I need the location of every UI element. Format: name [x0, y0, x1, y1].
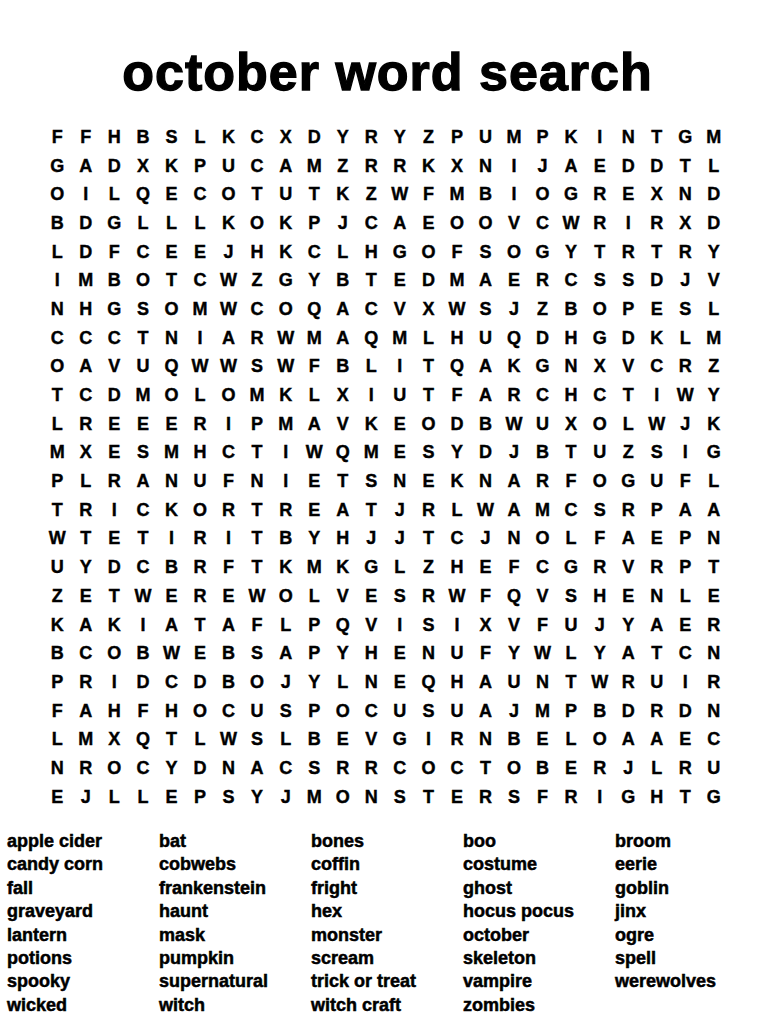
- grid-cell-r9-c8[interactable]: S: [243, 353, 272, 382]
- grid-cell-r4-c8[interactable]: O: [243, 209, 272, 238]
- grid-cell-r15-c6[interactable]: R: [186, 525, 215, 554]
- grid-cell-r23-c23[interactable]: R: [671, 754, 700, 783]
- grid-cell-r2-c11[interactable]: Z: [328, 152, 357, 181]
- grid-cell-r15-c23[interactable]: P: [671, 525, 700, 554]
- grid-cell-r12-c18[interactable]: B: [528, 439, 557, 468]
- grid-cell-r1-c21[interactable]: N: [614, 123, 643, 152]
- grid-cell-r21-c4[interactable]: F: [129, 697, 158, 726]
- grid-cell-r23-c2[interactable]: R: [72, 754, 101, 783]
- grid-cell-r3-c5[interactable]: E: [157, 180, 186, 209]
- grid-cell-r22-c10[interactable]: B: [300, 725, 329, 754]
- grid-cell-r12-c13[interactable]: E: [386, 439, 415, 468]
- grid-cell-r5-c24[interactable]: Y: [700, 238, 729, 267]
- grid-cell-r10-c18[interactable]: C: [528, 381, 557, 410]
- grid-cell-r15-c13[interactable]: J: [386, 525, 415, 554]
- grid-cell-r3-c6[interactable]: C: [186, 180, 215, 209]
- grid-cell-r14-c15[interactable]: L: [443, 496, 472, 525]
- grid-cell-r17-c13[interactable]: S: [386, 582, 415, 611]
- grid-cell-r5-c3[interactable]: F: [100, 238, 129, 267]
- grid-cell-r16-c5[interactable]: B: [157, 553, 186, 582]
- grid-cell-r4-c7[interactable]: K: [214, 209, 243, 238]
- grid-cell-r6-c13[interactable]: E: [386, 266, 415, 295]
- grid-cell-r8-c22[interactable]: K: [642, 324, 671, 353]
- grid-cell-r2-c3[interactable]: D: [100, 152, 129, 181]
- grid-cell-r14-c10[interactable]: E: [300, 496, 329, 525]
- grid-cell-r9-c24[interactable]: Z: [700, 353, 729, 382]
- grid-cell-r12-c6[interactable]: H: [186, 439, 215, 468]
- grid-cell-r18-c19[interactable]: U: [557, 611, 586, 640]
- grid-cell-r9-c12[interactable]: L: [357, 353, 386, 382]
- grid-cell-r14-c3[interactable]: I: [100, 496, 129, 525]
- grid-cell-r22-c13[interactable]: G: [386, 725, 415, 754]
- grid-cell-r19-c21[interactable]: A: [614, 639, 643, 668]
- grid-cell-r14-c9[interactable]: R: [271, 496, 300, 525]
- grid-cell-r24-c21[interactable]: G: [614, 783, 643, 812]
- grid-cell-r16-c19[interactable]: G: [557, 553, 586, 582]
- grid-cell-r15-c24[interactable]: N: [700, 525, 729, 554]
- grid-cell-r1-c19[interactable]: K: [557, 123, 586, 152]
- grid-cell-r17-c23[interactable]: L: [671, 582, 700, 611]
- grid-cell-r6-c21[interactable]: S: [614, 266, 643, 295]
- grid-cell-r2-c23[interactable]: T: [671, 152, 700, 181]
- grid-cell-r6-c8[interactable]: Z: [243, 266, 272, 295]
- grid-cell-r22-c19[interactable]: L: [557, 725, 586, 754]
- grid-cell-r17-c19[interactable]: S: [557, 582, 586, 611]
- grid-cell-r5-c5[interactable]: E: [157, 238, 186, 267]
- grid-cell-r12-c8[interactable]: T: [243, 439, 272, 468]
- grid-cell-r15-c5[interactable]: I: [157, 525, 186, 554]
- grid-cell-r3-c9[interactable]: U: [271, 180, 300, 209]
- grid-cell-r1-c5[interactable]: S: [157, 123, 186, 152]
- grid-cell-r3-c1[interactable]: O: [43, 180, 72, 209]
- grid-cell-r14-c4[interactable]: C: [129, 496, 158, 525]
- grid-cell-r10-c19[interactable]: H: [557, 381, 586, 410]
- grid-cell-r10-c2[interactable]: C: [72, 381, 101, 410]
- grid-cell-r6-c1[interactable]: I: [43, 266, 72, 295]
- grid-cell-r17-c6[interactable]: R: [186, 582, 215, 611]
- grid-cell-r13-c2[interactable]: L: [72, 467, 101, 496]
- grid-cell-r6-c3[interactable]: B: [100, 266, 129, 295]
- grid-cell-r18-c8[interactable]: F: [243, 611, 272, 640]
- grid-cell-r12-c22[interactable]: S: [642, 439, 671, 468]
- grid-cell-r16-c22[interactable]: R: [642, 553, 671, 582]
- grid-cell-r9-c2[interactable]: A: [72, 353, 101, 382]
- grid-cell-r14-c11[interactable]: A: [328, 496, 357, 525]
- grid-cell-r12-c3[interactable]: E: [100, 439, 129, 468]
- grid-cell-r3-c7[interactable]: O: [214, 180, 243, 209]
- grid-cell-r2-c2[interactable]: A: [72, 152, 101, 181]
- grid-cell-r5-c21[interactable]: R: [614, 238, 643, 267]
- grid-cell-r5-c22[interactable]: T: [642, 238, 671, 267]
- grid-cell-r20-c22[interactable]: U: [642, 668, 671, 697]
- grid-cell-r19-c1[interactable]: B: [43, 639, 72, 668]
- grid-cell-r12-c19[interactable]: T: [557, 439, 586, 468]
- grid-cell-r15-c19[interactable]: L: [557, 525, 586, 554]
- grid-cell-r19-c24[interactable]: N: [700, 639, 729, 668]
- grid-cell-r24-c20[interactable]: I: [585, 783, 614, 812]
- grid-cell-r24-c4[interactable]: L: [129, 783, 158, 812]
- grid-cell-r21-c13[interactable]: U: [386, 697, 415, 726]
- grid-cell-r19-c16[interactable]: F: [471, 639, 500, 668]
- grid-cell-r2-c5[interactable]: K: [157, 152, 186, 181]
- grid-cell-r24-c17[interactable]: S: [500, 783, 529, 812]
- grid-cell-r19-c17[interactable]: Y: [500, 639, 529, 668]
- grid-cell-r11-c10[interactable]: A: [300, 410, 329, 439]
- grid-cell-r6-c18[interactable]: R: [528, 266, 557, 295]
- grid-cell-r21-c7[interactable]: C: [214, 697, 243, 726]
- grid-cell-r6-c20[interactable]: S: [585, 266, 614, 295]
- grid-cell-r24-c23[interactable]: T: [671, 783, 700, 812]
- grid-cell-r17-c8[interactable]: W: [243, 582, 272, 611]
- grid-cell-r5-c16[interactable]: S: [471, 238, 500, 267]
- grid-cell-r24-c3[interactable]: L: [100, 783, 129, 812]
- grid-cell-r23-c9[interactable]: C: [271, 754, 300, 783]
- grid-cell-r8-c8[interactable]: R: [243, 324, 272, 353]
- grid-cell-r5-c20[interactable]: T: [585, 238, 614, 267]
- grid-cell-r11-c23[interactable]: J: [671, 410, 700, 439]
- grid-cell-r5-c8[interactable]: H: [243, 238, 272, 267]
- grid-cell-r23-c24[interactable]: U: [700, 754, 729, 783]
- grid-cell-r19-c14[interactable]: N: [414, 639, 443, 668]
- grid-cell-r10-c12[interactable]: I: [357, 381, 386, 410]
- grid-cell-r10-c17[interactable]: R: [500, 381, 529, 410]
- grid-cell-r9-c6[interactable]: W: [186, 353, 215, 382]
- grid-cell-r13-c13[interactable]: N: [386, 467, 415, 496]
- grid-cell-r7-c4[interactable]: S: [129, 295, 158, 324]
- grid-cell-r22-c11[interactable]: E: [328, 725, 357, 754]
- grid-cell-r22-c15[interactable]: R: [443, 725, 472, 754]
- grid-cell-r2-c21[interactable]: D: [614, 152, 643, 181]
- grid-cell-r19-c9[interactable]: A: [271, 639, 300, 668]
- grid-cell-r21-c14[interactable]: S: [414, 697, 443, 726]
- grid-cell-r17-c9[interactable]: O: [271, 582, 300, 611]
- grid-cell-r15-c20[interactable]: F: [585, 525, 614, 554]
- grid-cell-r24-c6[interactable]: P: [186, 783, 215, 812]
- grid-cell-r8-c14[interactable]: L: [414, 324, 443, 353]
- grid-cell-r4-c16[interactable]: O: [471, 209, 500, 238]
- grid-cell-r8-c23[interactable]: L: [671, 324, 700, 353]
- grid-cell-r2-c24[interactable]: L: [700, 152, 729, 181]
- grid-cell-r19-c23[interactable]: C: [671, 639, 700, 668]
- grid-cell-r10-c9[interactable]: K: [271, 381, 300, 410]
- grid-cell-r20-c3[interactable]: I: [100, 668, 129, 697]
- grid-cell-r1-c13[interactable]: Y: [386, 123, 415, 152]
- grid-cell-r20-c24[interactable]: R: [700, 668, 729, 697]
- grid-cell-r2-c1[interactable]: G: [43, 152, 72, 181]
- grid-cell-r7-c21[interactable]: P: [614, 295, 643, 324]
- grid-cell-r12-c2[interactable]: X: [72, 439, 101, 468]
- grid-cell-r10-c14[interactable]: T: [414, 381, 443, 410]
- grid-cell-r24-c19[interactable]: R: [557, 783, 586, 812]
- grid-cell-r15-c15[interactable]: C: [443, 525, 472, 554]
- grid-cell-r17-c16[interactable]: F: [471, 582, 500, 611]
- grid-cell-r13-c8[interactable]: N: [243, 467, 272, 496]
- grid-cell-r21-c23[interactable]: D: [671, 697, 700, 726]
- grid-cell-r16-c21[interactable]: V: [614, 553, 643, 582]
- grid-cell-r15-c16[interactable]: J: [471, 525, 500, 554]
- grid-cell-r22-c4[interactable]: Q: [129, 725, 158, 754]
- grid-cell-r11-c6[interactable]: R: [186, 410, 215, 439]
- grid-cell-r14-c21[interactable]: R: [614, 496, 643, 525]
- grid-cell-r1-c10[interactable]: D: [300, 123, 329, 152]
- grid-cell-r20-c4[interactable]: D: [129, 668, 158, 697]
- grid-cell-r15-c9[interactable]: B: [271, 525, 300, 554]
- grid-cell-r13-c12[interactable]: S: [357, 467, 386, 496]
- grid-cell-r11-c5[interactable]: E: [157, 410, 186, 439]
- grid-cell-r1-c12[interactable]: R: [357, 123, 386, 152]
- grid-cell-r14-c6[interactable]: O: [186, 496, 215, 525]
- grid-cell-r13-c11[interactable]: T: [328, 467, 357, 496]
- grid-cell-r22-c6[interactable]: L: [186, 725, 215, 754]
- grid-cell-r11-c17[interactable]: W: [500, 410, 529, 439]
- grid-cell-r12-c24[interactable]: G: [700, 439, 729, 468]
- grid-cell-r9-c15[interactable]: Q: [443, 353, 472, 382]
- grid-cell-r7-c11[interactable]: A: [328, 295, 357, 324]
- grid-cell-r4-c13[interactable]: A: [386, 209, 415, 238]
- grid-cell-r13-c10[interactable]: E: [300, 467, 329, 496]
- grid-cell-r12-c21[interactable]: Z: [614, 439, 643, 468]
- grid-cell-r24-c12[interactable]: N: [357, 783, 386, 812]
- grid-cell-r6-c7[interactable]: W: [214, 266, 243, 295]
- grid-cell-r19-c6[interactable]: E: [186, 639, 215, 668]
- grid-cell-r21-c5[interactable]: H: [157, 697, 186, 726]
- grid-cell-r20-c6[interactable]: D: [186, 668, 215, 697]
- grid-cell-r3-c14[interactable]: F: [414, 180, 443, 209]
- grid-cell-r2-c10[interactable]: M: [300, 152, 329, 181]
- grid-cell-r6-c22[interactable]: D: [642, 266, 671, 295]
- grid-cell-r3-c18[interactable]: O: [528, 180, 557, 209]
- grid-cell-r13-c16[interactable]: N: [471, 467, 500, 496]
- grid-cell-r8-c1[interactable]: C: [43, 324, 72, 353]
- grid-cell-r12-c15[interactable]: Y: [443, 439, 472, 468]
- grid-cell-r7-c3[interactable]: G: [100, 295, 129, 324]
- grid-cell-r23-c7[interactable]: N: [214, 754, 243, 783]
- grid-cell-r7-c17[interactable]: J: [500, 295, 529, 324]
- grid-cell-r14-c12[interactable]: T: [357, 496, 386, 525]
- grid-cell-r8-c10[interactable]: M: [300, 324, 329, 353]
- grid-cell-r18-c23[interactable]: E: [671, 611, 700, 640]
- grid-cell-r22-c20[interactable]: O: [585, 725, 614, 754]
- grid-cell-r13-c6[interactable]: U: [186, 467, 215, 496]
- grid-cell-r14-c7[interactable]: R: [214, 496, 243, 525]
- grid-cell-r10-c11[interactable]: X: [328, 381, 357, 410]
- grid-cell-r5-c4[interactable]: C: [129, 238, 158, 267]
- grid-cell-r2-c6[interactable]: P: [186, 152, 215, 181]
- grid-cell-r2-c19[interactable]: A: [557, 152, 586, 181]
- grid-cell-r11-c4[interactable]: E: [129, 410, 158, 439]
- grid-cell-r5-c6[interactable]: E: [186, 238, 215, 267]
- grid-cell-r21-c3[interactable]: H: [100, 697, 129, 726]
- grid-cell-r10-c7[interactable]: O: [214, 381, 243, 410]
- grid-cell-r3-c19[interactable]: G: [557, 180, 586, 209]
- grid-cell-r15-c4[interactable]: T: [129, 525, 158, 554]
- grid-cell-r1-c24[interactable]: M: [700, 123, 729, 152]
- grid-cell-r3-c4[interactable]: Q: [129, 180, 158, 209]
- grid-cell-r20-c12[interactable]: N: [357, 668, 386, 697]
- grid-cell-r8-c2[interactable]: C: [72, 324, 101, 353]
- grid-cell-r14-c14[interactable]: R: [414, 496, 443, 525]
- grid-cell-r23-c6[interactable]: D: [186, 754, 215, 783]
- grid-cell-r22-c24[interactable]: C: [700, 725, 729, 754]
- grid-cell-r22-c18[interactable]: E: [528, 725, 557, 754]
- grid-cell-r11-c18[interactable]: U: [528, 410, 557, 439]
- grid-cell-r9-c18[interactable]: G: [528, 353, 557, 382]
- grid-cell-r11-c15[interactable]: D: [443, 410, 472, 439]
- grid-cell-r17-c18[interactable]: V: [528, 582, 557, 611]
- grid-cell-r5-c9[interactable]: K: [271, 238, 300, 267]
- grid-cell-r17-c17[interactable]: Q: [500, 582, 529, 611]
- grid-cell-r3-c15[interactable]: M: [443, 180, 472, 209]
- grid-cell-r4-c3[interactable]: G: [100, 209, 129, 238]
- grid-cell-r20-c15[interactable]: H: [443, 668, 472, 697]
- grid-cell-r24-c9[interactable]: J: [271, 783, 300, 812]
- grid-cell-r15-c3[interactable]: E: [100, 525, 129, 554]
- grid-cell-r11-c8[interactable]: P: [243, 410, 272, 439]
- grid-cell-r4-c17[interactable]: V: [500, 209, 529, 238]
- grid-cell-r9-c5[interactable]: Q: [157, 353, 186, 382]
- grid-cell-r8-c19[interactable]: H: [557, 324, 586, 353]
- grid-cell-r20-c11[interactable]: L: [328, 668, 357, 697]
- grid-cell-r9-c22[interactable]: C: [642, 353, 671, 382]
- grid-cell-r3-c21[interactable]: E: [614, 180, 643, 209]
- grid-cell-r22-c23[interactable]: E: [671, 725, 700, 754]
- grid-cell-r9-c17[interactable]: K: [500, 353, 529, 382]
- grid-cell-r3-c10[interactable]: T: [300, 180, 329, 209]
- grid-cell-r7-c16[interactable]: S: [471, 295, 500, 324]
- grid-cell-r16-c15[interactable]: H: [443, 553, 472, 582]
- grid-cell-r17-c3[interactable]: T: [100, 582, 129, 611]
- grid-cell-r1-c2[interactable]: F: [72, 123, 101, 152]
- grid-cell-r3-c3[interactable]: L: [100, 180, 129, 209]
- grid-cell-r22-c12[interactable]: V: [357, 725, 386, 754]
- grid-cell-r6-c11[interactable]: B: [328, 266, 357, 295]
- grid-cell-r9-c20[interactable]: X: [585, 353, 614, 382]
- grid-cell-r18-c1[interactable]: K: [43, 611, 72, 640]
- grid-cell-r4-c5[interactable]: L: [157, 209, 186, 238]
- grid-cell-r18-c5[interactable]: A: [157, 611, 186, 640]
- grid-cell-r16-c4[interactable]: C: [129, 553, 158, 582]
- grid-cell-r1-c4[interactable]: B: [129, 123, 158, 152]
- grid-cell-r24-c22[interactable]: H: [642, 783, 671, 812]
- grid-cell-r24-c15[interactable]: E: [443, 783, 472, 812]
- grid-cell-r16-c24[interactable]: T: [700, 553, 729, 582]
- grid-cell-r8-c12[interactable]: Q: [357, 324, 386, 353]
- grid-cell-r7-c14[interactable]: X: [414, 295, 443, 324]
- grid-cell-r8-c5[interactable]: N: [157, 324, 186, 353]
- grid-cell-r22-c22[interactable]: A: [642, 725, 671, 754]
- grid-cell-r2-c20[interactable]: E: [585, 152, 614, 181]
- grid-cell-r15-c10[interactable]: Y: [300, 525, 329, 554]
- grid-cell-r7-c1[interactable]: N: [43, 295, 72, 324]
- grid-cell-r23-c12[interactable]: R: [357, 754, 386, 783]
- grid-cell-r16-c8[interactable]: T: [243, 553, 272, 582]
- grid-cell-r2-c18[interactable]: J: [528, 152, 557, 181]
- grid-cell-r5-c12[interactable]: H: [357, 238, 386, 267]
- grid-cell-r6-c16[interactable]: A: [471, 266, 500, 295]
- grid-cell-r16-c23[interactable]: P: [671, 553, 700, 582]
- grid-cell-r10-c13[interactable]: U: [386, 381, 415, 410]
- grid-cell-r22-c17[interactable]: B: [500, 725, 529, 754]
- grid-cell-r13-c5[interactable]: N: [157, 467, 186, 496]
- grid-cell-r7-c10[interactable]: Q: [300, 295, 329, 324]
- grid-cell-r16-c6[interactable]: R: [186, 553, 215, 582]
- grid-cell-r21-c10[interactable]: P: [300, 697, 329, 726]
- grid-cell-r13-c9[interactable]: I: [271, 467, 300, 496]
- grid-cell-r24-c11[interactable]: O: [328, 783, 357, 812]
- grid-cell-r14-c22[interactable]: P: [642, 496, 671, 525]
- grid-cell-r19-c3[interactable]: O: [100, 639, 129, 668]
- grid-cell-r16-c10[interactable]: M: [300, 553, 329, 582]
- grid-cell-r1-c6[interactable]: L: [186, 123, 215, 152]
- grid-cell-r20-c1[interactable]: P: [43, 668, 72, 697]
- grid-cell-r11-c9[interactable]: M: [271, 410, 300, 439]
- grid-cell-r17-c21[interactable]: E: [614, 582, 643, 611]
- grid-cell-r23-c21[interactable]: J: [614, 754, 643, 783]
- grid-cell-r15-c12[interactable]: J: [357, 525, 386, 554]
- grid-cell-r21-c2[interactable]: A: [72, 697, 101, 726]
- grid-cell-r6-c5[interactable]: T: [157, 266, 186, 295]
- grid-cell-r8-c16[interactable]: U: [471, 324, 500, 353]
- grid-cell-r1-c23[interactable]: G: [671, 123, 700, 152]
- grid-cell-r7-c5[interactable]: O: [157, 295, 186, 324]
- grid-cell-r23-c11[interactable]: R: [328, 754, 357, 783]
- grid-cell-r11-c14[interactable]: O: [414, 410, 443, 439]
- grid-cell-r12-c11[interactable]: Q: [328, 439, 357, 468]
- grid-cell-r19-c20[interactable]: Y: [585, 639, 614, 668]
- grid-cell-r7-c18[interactable]: Z: [528, 295, 557, 324]
- grid-cell-r1-c14[interactable]: Z: [414, 123, 443, 152]
- grid-cell-r10-c4[interactable]: M: [129, 381, 158, 410]
- grid-cell-r24-c14[interactable]: T: [414, 783, 443, 812]
- grid-cell-r20-c10[interactable]: Y: [300, 668, 329, 697]
- grid-cell-r13-c14[interactable]: E: [414, 467, 443, 496]
- grid-cell-r21-c19[interactable]: P: [557, 697, 586, 726]
- grid-cell-r4-c11[interactable]: J: [328, 209, 357, 238]
- grid-cell-r11-c16[interactable]: B: [471, 410, 500, 439]
- grid-cell-r5-c18[interactable]: G: [528, 238, 557, 267]
- grid-cell-r23-c3[interactable]: O: [100, 754, 129, 783]
- grid-cell-r5-c11[interactable]: L: [328, 238, 357, 267]
- grid-cell-r19-c18[interactable]: W: [528, 639, 557, 668]
- grid-cell-r2-c17[interactable]: I: [500, 152, 529, 181]
- grid-cell-r7-c8[interactable]: C: [243, 295, 272, 324]
- grid-cell-r20-c18[interactable]: N: [528, 668, 557, 697]
- grid-cell-r7-c20[interactable]: O: [585, 295, 614, 324]
- grid-cell-r12-c20[interactable]: U: [585, 439, 614, 468]
- grid-cell-r14-c8[interactable]: T: [243, 496, 272, 525]
- grid-cell-r11-c2[interactable]: R: [72, 410, 101, 439]
- grid-cell-r9-c14[interactable]: T: [414, 353, 443, 382]
- grid-cell-r5-c1[interactable]: L: [43, 238, 72, 267]
- grid-cell-r8-c3[interactable]: C: [100, 324, 129, 353]
- grid-cell-r14-c5[interactable]: K: [157, 496, 186, 525]
- grid-cell-r10-c16[interactable]: A: [471, 381, 500, 410]
- grid-cell-r10-c15[interactable]: F: [443, 381, 472, 410]
- grid-cell-r4-c23[interactable]: X: [671, 209, 700, 238]
- grid-cell-r4-c4[interactable]: L: [129, 209, 158, 238]
- grid-cell-r13-c15[interactable]: K: [443, 467, 472, 496]
- grid-cell-r9-c23[interactable]: R: [671, 353, 700, 382]
- grid-cell-r18-c20[interactable]: J: [585, 611, 614, 640]
- grid-cell-r14-c2[interactable]: R: [72, 496, 101, 525]
- grid-cell-r8-c21[interactable]: D: [614, 324, 643, 353]
- grid-cell-r18-c24[interactable]: R: [700, 611, 729, 640]
- grid-cell-r2-c14[interactable]: K: [414, 152, 443, 181]
- grid-cell-r9-c19[interactable]: N: [557, 353, 586, 382]
- grid-cell-r13-c19[interactable]: F: [557, 467, 586, 496]
- grid-cell-r20-c21[interactable]: R: [614, 668, 643, 697]
- grid-cell-r1-c3[interactable]: H: [100, 123, 129, 152]
